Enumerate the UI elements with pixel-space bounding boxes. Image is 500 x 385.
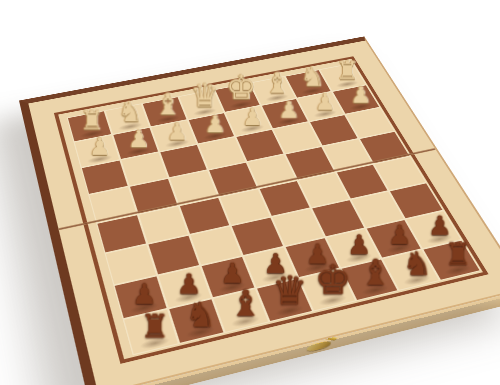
piece-white-king[interactable]: ♚ [226,71,257,105]
chess-board: ♜♞♝♛♚♝♞♜♟♟♟♟♟♟♟♟♟♟♟♟♟♟♟♟♜♞♝♛♚♝♞♜ [67,63,481,355]
piece-black-bishop[interactable]: ♝ [229,285,262,321]
piece-black-knight[interactable]: ♞ [402,247,431,280]
piece-black-king[interactable]: ♚ [314,259,351,300]
piece-white-pawn[interactable]: ♟ [128,127,150,151]
piece-black-pawn[interactable]: ♟ [427,213,451,239]
piece-black-knight[interactable]: ♞ [185,298,216,332]
square-b4[interactable] [129,178,179,214]
board-frame: ♜♞♝♛♚♝♞♜♟♟♟♟♟♟♟♟♟♟♟♟♟♟♟♟♜♞♝♛♚♝♞♜ [19,36,500,385]
piece-white-rook[interactable]: ♜ [80,108,104,135]
piece-white-bishop[interactable]: ♝ [264,69,290,98]
board-perspective-wrapper: ♜♞♝♛♚♝♞♜♟♟♟♟♟♟♟♟♟♟♟♟♟♟♟♟♜♞♝♛♚♝♞♜ [19,36,500,385]
piece-white-knight[interactable]: ♞ [300,64,324,91]
piece-white-knight[interactable]: ♞ [117,98,142,126]
piece-white-bishop[interactable]: ♝ [154,89,181,119]
piece-white-pawn[interactable]: ♟ [314,91,335,114]
square-e3[interactable] [235,129,284,162]
square-a3[interactable] [81,160,129,195]
piece-white-pawn[interactable]: ♟ [241,105,262,129]
clasp-hook-icon [324,336,337,341]
square-d3[interactable] [198,137,247,170]
piece-white-pawn[interactable]: ♟ [166,120,187,144]
square-b8[interactable]: ♞ [168,298,225,344]
piece-white-pawn[interactable]: ♟ [204,112,225,136]
piece-black-pawn[interactable]: ♟ [131,280,156,308]
piece-black-queen[interactable]: ♛ [271,272,306,311]
square-e4[interactable] [247,154,298,189]
piece-black-bishop[interactable]: ♝ [359,255,391,290]
piece-white-pawn[interactable]: ♟ [278,98,299,121]
clasp-plate-icon [306,340,330,353]
piece-black-rook[interactable]: ♜ [444,240,471,270]
piece-black-rook[interactable]: ♜ [140,311,169,343]
piece-white-rook[interactable]: ♜ [336,59,359,84]
piece-white-pawn[interactable]: ♟ [350,84,371,107]
product-photo-scene: ♜♞♝♛♚♝♞♜♟♟♟♟♟♟♟♟♟♟♟♟♟♟♟♟♜♞♝♛♚♝♞♜ [0,0,500,385]
piece-white-queen[interactable]: ♛ [190,80,219,112]
piece-white-pawn[interactable]: ♟ [88,135,110,159]
